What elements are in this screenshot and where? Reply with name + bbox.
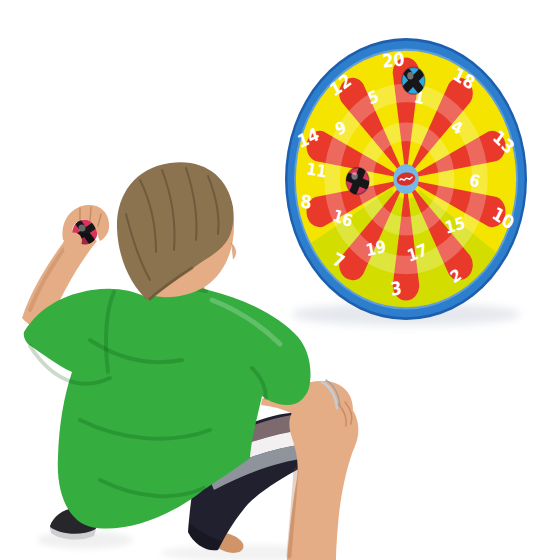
scene-product-photo: 2011841361015217319716811149125: [0, 0, 560, 560]
head: [117, 162, 236, 301]
sector-label-20: 20: [382, 48, 406, 72]
nose-hint: [231, 243, 235, 259]
held-ball-highlight: [79, 225, 86, 232]
dartboard[interactable]: 2011841361015217319716811149125: [285, 38, 527, 326]
sector-label-11: 11: [306, 158, 328, 181]
scene-svg: 2011841361015217319716811149125: [0, 0, 560, 560]
sector-label-3: 3: [389, 277, 402, 300]
shirt: [24, 286, 311, 528]
